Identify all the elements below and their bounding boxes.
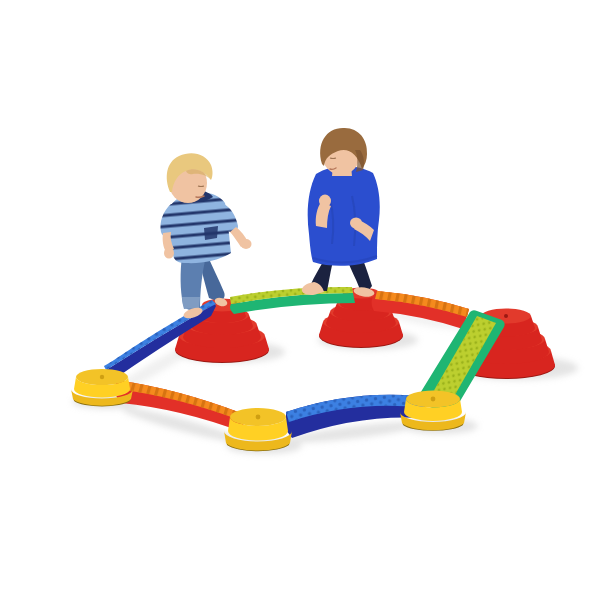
toddler-hand-left xyxy=(164,248,174,259)
toddler-hand-right xyxy=(241,239,252,249)
scene-svg xyxy=(0,0,600,600)
toddler-jeans-cuff xyxy=(182,297,200,309)
boy-eye xyxy=(330,158,336,159)
toddler-shirt xyxy=(167,192,231,263)
stepping-stone-left xyxy=(71,369,133,406)
product-photo xyxy=(0,0,600,600)
toddler-ear xyxy=(174,185,180,193)
toddler-eye xyxy=(198,186,204,187)
boy-fist-left xyxy=(319,195,331,208)
toddler-pocket xyxy=(204,226,218,240)
stepping-stone-right xyxy=(400,391,466,431)
stepping-stone-bottom xyxy=(224,408,292,451)
boy-hand-right xyxy=(350,218,362,229)
